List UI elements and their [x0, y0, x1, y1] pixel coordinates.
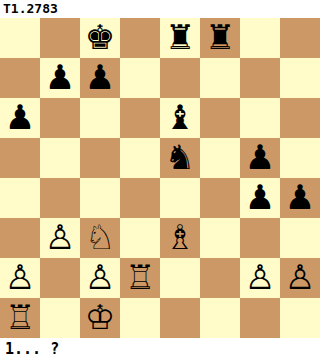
white-pawn: ♙: [5, 257, 35, 297]
square-d4[interactable]: [120, 178, 160, 218]
square-b4[interactable]: [40, 178, 80, 218]
white-pawn: ♙: [245, 257, 275, 297]
chess-puzzle-app: T1.2783 ♚♜♜♟♟♟♝♞♟♟♟♙♘♗♙♙♖♙♙♖♔ 1... ?: [0, 0, 320, 360]
black-bishop: ♝: [165, 97, 195, 137]
white-rook: ♖: [5, 297, 35, 337]
white-pawn: ♙: [45, 217, 75, 257]
black-pawn: ♟: [285, 177, 315, 217]
square-b2[interactable]: [40, 258, 80, 298]
square-f1[interactable]: [200, 298, 240, 338]
square-d6[interactable]: [120, 98, 160, 138]
square-c2[interactable]: ♙: [80, 258, 120, 298]
square-d7[interactable]: [120, 58, 160, 98]
square-h1[interactable]: [280, 298, 320, 338]
white-pawn: ♙: [85, 257, 115, 297]
square-g8[interactable]: [240, 18, 280, 58]
square-d2[interactable]: ♖: [120, 258, 160, 298]
black-pawn: ♟: [85, 57, 115, 97]
square-e7[interactable]: [160, 58, 200, 98]
black-pawn: ♟: [5, 97, 35, 137]
square-f5[interactable]: [200, 138, 240, 178]
white-rook: ♖: [125, 257, 155, 297]
black-rook: ♜: [205, 17, 235, 57]
square-f3[interactable]: [200, 218, 240, 258]
square-h2[interactable]: ♙: [280, 258, 320, 298]
black-pawn: ♟: [45, 57, 75, 97]
square-a4[interactable]: [0, 178, 40, 218]
square-g6[interactable]: [240, 98, 280, 138]
square-b8[interactable]: [40, 18, 80, 58]
square-d8[interactable]: [120, 18, 160, 58]
square-h6[interactable]: [280, 98, 320, 138]
square-f6[interactable]: [200, 98, 240, 138]
square-b1[interactable]: [40, 298, 80, 338]
square-a5[interactable]: [0, 138, 40, 178]
black-pawn: ♟: [245, 177, 275, 217]
square-c5[interactable]: [80, 138, 120, 178]
black-king: ♚: [85, 17, 115, 57]
square-e2[interactable]: [160, 258, 200, 298]
square-b5[interactable]: [40, 138, 80, 178]
square-a1[interactable]: ♖: [0, 298, 40, 338]
square-c4[interactable]: [80, 178, 120, 218]
square-f2[interactable]: [200, 258, 240, 298]
square-c6[interactable]: [80, 98, 120, 138]
square-a7[interactable]: [0, 58, 40, 98]
square-e6[interactable]: ♝: [160, 98, 200, 138]
square-g3[interactable]: [240, 218, 280, 258]
square-b7[interactable]: ♟: [40, 58, 80, 98]
square-f7[interactable]: [200, 58, 240, 98]
white-king: ♔: [85, 297, 115, 337]
square-c7[interactable]: ♟: [80, 58, 120, 98]
square-h5[interactable]: [280, 138, 320, 178]
move-prompt: 1... ?: [0, 338, 320, 360]
square-c1[interactable]: ♔: [80, 298, 120, 338]
square-g1[interactable]: [240, 298, 280, 338]
black-rook: ♜: [165, 17, 195, 57]
square-e3[interactable]: ♗: [160, 218, 200, 258]
square-d5[interactable]: [120, 138, 160, 178]
square-h7[interactable]: [280, 58, 320, 98]
square-e8[interactable]: ♜: [160, 18, 200, 58]
square-b3[interactable]: ♙: [40, 218, 80, 258]
square-e4[interactable]: [160, 178, 200, 218]
chess-board: ♚♜♜♟♟♟♝♞♟♟♟♙♘♗♙♙♖♙♙♖♔: [0, 18, 320, 338]
square-e5[interactable]: ♞: [160, 138, 200, 178]
square-g2[interactable]: ♙: [240, 258, 280, 298]
square-d1[interactable]: [120, 298, 160, 338]
black-knight: ♞: [165, 137, 195, 177]
square-c3[interactable]: ♘: [80, 218, 120, 258]
square-a2[interactable]: ♙: [0, 258, 40, 298]
square-h8[interactable]: [280, 18, 320, 58]
square-d3[interactable]: [120, 218, 160, 258]
black-pawn: ♟: [245, 137, 275, 177]
square-f4[interactable]: [200, 178, 240, 218]
square-f8[interactable]: ♜: [200, 18, 240, 58]
square-h4[interactable]: ♟: [280, 178, 320, 218]
square-h3[interactable]: [280, 218, 320, 258]
white-pawn: ♙: [285, 257, 315, 297]
square-a3[interactable]: [0, 218, 40, 258]
square-g7[interactable]: [240, 58, 280, 98]
puzzle-id-label: T1.2783: [0, 0, 320, 18]
square-a8[interactable]: [0, 18, 40, 58]
square-c8[interactable]: ♚: [80, 18, 120, 58]
square-b6[interactable]: [40, 98, 80, 138]
white-bishop: ♗: [165, 217, 195, 257]
square-a6[interactable]: ♟: [0, 98, 40, 138]
square-g5[interactable]: ♟: [240, 138, 280, 178]
square-g4[interactable]: ♟: [240, 178, 280, 218]
white-knight: ♘: [85, 217, 115, 257]
square-e1[interactable]: [160, 298, 200, 338]
